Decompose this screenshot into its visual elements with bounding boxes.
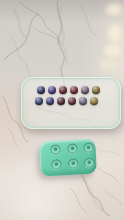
photo-scene (0, 0, 124, 220)
bead-row (35, 97, 101, 105)
druzy-bead (46, 97, 54, 105)
druzy-bead (68, 97, 76, 105)
light-reflection (99, 58, 117, 71)
druzy-bead (48, 86, 56, 94)
druzy-bead (70, 86, 78, 94)
bead-grid (37, 86, 100, 107)
mold-cavity (50, 144, 61, 155)
druzy-bead (35, 97, 43, 105)
druzy-bead (59, 86, 67, 94)
mold-cavity (67, 144, 78, 155)
glass-trinket-tray (21, 77, 121, 129)
light-reflection (104, 44, 121, 57)
druzy-bead (90, 97, 98, 105)
druzy-bead (92, 86, 100, 94)
druzy-bead (79, 97, 87, 105)
mold-cavity-grid (39, 139, 97, 177)
silicone-mold (39, 139, 97, 177)
light-reflection (106, 4, 122, 15)
mold-cavity (84, 157, 95, 168)
druzy-bead (37, 86, 45, 94)
light-reflection (108, 24, 122, 42)
druzy-bead (81, 86, 89, 94)
bead-row (37, 86, 100, 94)
mold-cavity (51, 159, 62, 170)
mold-cavity (68, 158, 79, 169)
druzy-bead (57, 97, 65, 105)
mold-cavity (83, 143, 94, 154)
